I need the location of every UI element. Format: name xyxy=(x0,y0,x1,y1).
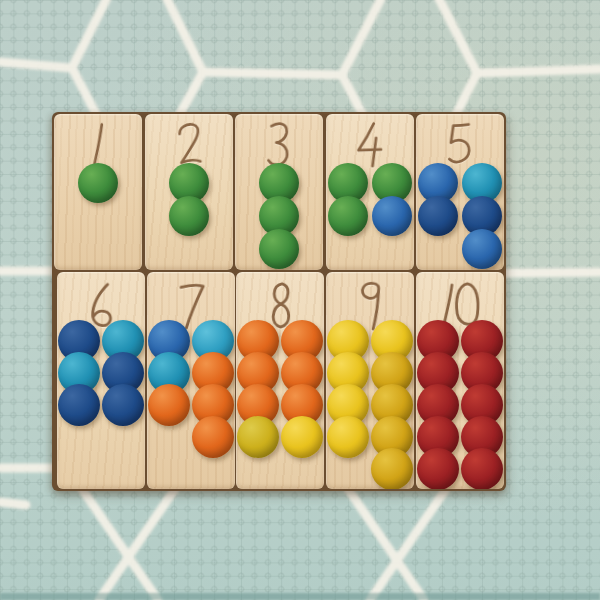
tile-5-number xyxy=(443,121,476,169)
photo-of-counting-boards xyxy=(0,0,600,600)
tile-7[interactable] xyxy=(147,272,235,489)
counting-ball[interactable] xyxy=(328,196,368,236)
counting-ball[interactable] xyxy=(169,196,209,236)
tile-9[interactable] xyxy=(326,272,414,489)
counting-ball[interactable] xyxy=(102,384,144,426)
counting-ball[interactable] xyxy=(462,229,502,269)
tile-4[interactable] xyxy=(326,114,414,270)
tile-3[interactable] xyxy=(235,114,323,270)
counting-ball[interactable] xyxy=(417,448,459,489)
counting-ball[interactable] xyxy=(371,448,413,489)
tile-10[interactable] xyxy=(416,272,504,489)
tile-8[interactable] xyxy=(236,272,324,489)
counting-ball[interactable] xyxy=(372,196,412,236)
counting-ball[interactable] xyxy=(281,416,323,458)
counting-ball[interactable] xyxy=(148,384,190,426)
tile-2[interactable] xyxy=(145,114,233,270)
tile-1[interactable] xyxy=(54,114,142,270)
counting-ball[interactable] xyxy=(327,416,369,458)
counting-ball[interactable] xyxy=(78,163,118,203)
tile-1-number xyxy=(81,120,115,168)
counting-ball[interactable] xyxy=(192,416,234,458)
tile-6[interactable] xyxy=(57,272,145,489)
counting-ball[interactable] xyxy=(418,196,458,236)
tile-3-number xyxy=(262,120,296,168)
tile-5[interactable] xyxy=(416,114,504,270)
counting-ball[interactable] xyxy=(237,416,279,458)
counting-ball[interactable] xyxy=(58,384,100,426)
counting-ball[interactable] xyxy=(461,448,503,489)
counting-ball[interactable] xyxy=(259,229,299,269)
mat-edge-strip xyxy=(0,593,600,600)
tile-4-number xyxy=(353,120,387,168)
tile-2-number xyxy=(172,120,206,168)
